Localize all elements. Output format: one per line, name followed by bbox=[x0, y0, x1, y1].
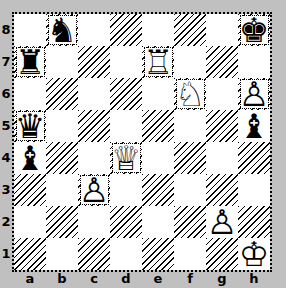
file-label-h: h bbox=[238, 271, 270, 287]
piece-white-pawn: ♙ bbox=[81, 176, 108, 204]
square-c8[interactable] bbox=[78, 14, 110, 46]
square-e6[interactable] bbox=[142, 78, 174, 110]
square-b4[interactable] bbox=[46, 142, 78, 174]
piece-white-pawn: ♙ bbox=[241, 80, 268, 108]
square-e3[interactable] bbox=[142, 174, 174, 206]
piece-black-knight: ♞ bbox=[49, 16, 76, 44]
square-h8[interactable]: ♚ bbox=[238, 14, 270, 46]
rank-label-4: 4 bbox=[0, 142, 12, 174]
square-f8[interactable] bbox=[174, 14, 206, 46]
square-c7[interactable] bbox=[78, 46, 110, 78]
square-c3[interactable]: ♙ bbox=[78, 174, 110, 206]
square-h5[interactable]: ♝ bbox=[238, 110, 270, 142]
square-e2[interactable] bbox=[142, 206, 174, 238]
square-b5[interactable] bbox=[46, 110, 78, 142]
square-a4[interactable]: ♝ bbox=[14, 142, 46, 174]
rank-label-2: 2 bbox=[0, 206, 12, 238]
square-a7[interactable]: ♜ bbox=[14, 46, 46, 78]
file-label-c: c bbox=[78, 271, 110, 287]
square-g2[interactable]: ♙ bbox=[206, 206, 238, 238]
square-d2[interactable] bbox=[110, 206, 142, 238]
file-label-g: g bbox=[206, 271, 238, 287]
square-b1[interactable] bbox=[46, 238, 78, 270]
rank-label-3: 3 bbox=[0, 174, 12, 206]
piece-black-king: ♚ bbox=[241, 16, 268, 44]
square-b6[interactable] bbox=[46, 78, 78, 110]
square-e4[interactable] bbox=[142, 142, 174, 174]
file-label-b: b bbox=[46, 271, 78, 287]
square-f3[interactable] bbox=[174, 174, 206, 206]
file-label-a: a bbox=[14, 271, 46, 287]
piece-white-king: ♔ bbox=[241, 240, 268, 268]
square-f4[interactable] bbox=[174, 142, 206, 174]
piece-white-knight: ♘ bbox=[177, 80, 204, 108]
square-d7[interactable] bbox=[110, 46, 142, 78]
square-b2[interactable] bbox=[46, 206, 78, 238]
square-g5[interactable] bbox=[206, 110, 238, 142]
square-h1[interactable]: ♔ bbox=[238, 238, 270, 270]
square-c6[interactable] bbox=[78, 78, 110, 110]
square-c1[interactable] bbox=[78, 238, 110, 270]
square-d6[interactable] bbox=[110, 78, 142, 110]
rank-label-7: 7 bbox=[0, 46, 12, 78]
square-c2[interactable] bbox=[78, 206, 110, 238]
piece-black-bishop: ♝ bbox=[17, 144, 44, 172]
square-a3[interactable] bbox=[14, 174, 46, 206]
square-g1[interactable] bbox=[206, 238, 238, 270]
square-a2[interactable] bbox=[14, 206, 46, 238]
piece-white-pawn: ♙ bbox=[209, 208, 236, 236]
file-label-f: f bbox=[174, 271, 206, 287]
square-e1[interactable] bbox=[142, 238, 174, 270]
piece-white-queen: ♕ bbox=[113, 144, 140, 172]
square-g7[interactable] bbox=[206, 46, 238, 78]
square-c5[interactable] bbox=[78, 110, 110, 142]
square-f5[interactable] bbox=[174, 110, 206, 142]
square-a1[interactable] bbox=[14, 238, 46, 270]
file-label-d: d bbox=[110, 271, 142, 287]
piece-black-rook: ♜ bbox=[17, 48, 44, 76]
chess-diagram: 87654321 ♞♚♜♖♘♙♛♝♝♕♙♙♔ abcdefgh bbox=[0, 0, 286, 288]
square-h3[interactable] bbox=[238, 174, 270, 206]
square-h4[interactable] bbox=[238, 142, 270, 174]
rank-label-6: 6 bbox=[0, 78, 12, 110]
square-g8[interactable] bbox=[206, 14, 238, 46]
square-e5[interactable] bbox=[142, 110, 174, 142]
square-d1[interactable] bbox=[110, 238, 142, 270]
square-f1[interactable] bbox=[174, 238, 206, 270]
piece-white-rook: ♖ bbox=[145, 48, 172, 76]
piece-black-queen: ♛ bbox=[17, 112, 44, 140]
rank-label-1: 1 bbox=[0, 238, 12, 270]
square-e7[interactable]: ♖ bbox=[142, 46, 174, 78]
square-d3[interactable] bbox=[110, 174, 142, 206]
square-f2[interactable] bbox=[174, 206, 206, 238]
rank-label-8: 8 bbox=[0, 14, 12, 46]
piece-black-bishop: ♝ bbox=[241, 112, 268, 140]
file-label-e: e bbox=[142, 271, 174, 287]
square-g6[interactable] bbox=[206, 78, 238, 110]
rank-label-5: 5 bbox=[0, 110, 12, 142]
square-b8[interactable]: ♞ bbox=[46, 14, 78, 46]
chess-board: ♞♚♜♖♘♙♛♝♝♕♙♙♔ bbox=[12, 12, 272, 272]
square-b7[interactable] bbox=[46, 46, 78, 78]
square-f6[interactable]: ♘ bbox=[174, 78, 206, 110]
square-g4[interactable] bbox=[206, 142, 238, 174]
square-b3[interactable] bbox=[46, 174, 78, 206]
square-d4[interactable]: ♕ bbox=[110, 142, 142, 174]
square-d8[interactable] bbox=[110, 14, 142, 46]
